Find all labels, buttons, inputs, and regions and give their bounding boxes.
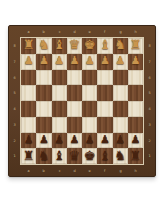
file-labels-top: abcdefgh <box>21 28 143 35</box>
rank-label-6: 6 <box>147 73 152 82</box>
square-a4[interactable] <box>21 101 36 117</box>
square-h6[interactable] <box>128 70 143 86</box>
piece-light-knight: ♞ <box>38 38 50 51</box>
piece-dark-rook: ♜ <box>130 149 142 162</box>
rank-label-8: 8 <box>147 41 152 50</box>
board-grid: ♜♞♝♛♚♝♞♜♟♟♟♟♟♟♟♟♟♟♟♟♟♟♟♟♜♞♝♛♚♝♞♜ <box>21 38 143 164</box>
piece-dark-knight: ♞ <box>38 149 50 162</box>
square-h4[interactable] <box>128 101 143 117</box>
piece-light-pawn: ♟ <box>54 55 64 66</box>
square-e4[interactable] <box>82 101 97 117</box>
piece-dark-knight: ♞ <box>114 149 126 162</box>
square-d7[interactable]: ♟ <box>67 54 82 70</box>
square-h7[interactable]: ♟ <box>128 54 143 70</box>
square-d4[interactable] <box>67 101 82 117</box>
piece-light-pawn: ♟ <box>85 55 95 66</box>
piece-dark-pawn: ♟ <box>54 134 64 145</box>
square-d6[interactable] <box>67 70 82 86</box>
square-a8[interactable]: ♜ <box>21 38 36 54</box>
file-label-c: c <box>55 29 64 33</box>
square-d2[interactable]: ♟ <box>67 133 82 149</box>
piece-light-bishop: ♝ <box>99 38 111 51</box>
square-b5[interactable] <box>36 85 51 101</box>
file-label-h: h <box>131 168 140 172</box>
rank-label-8: 8 <box>12 41 17 50</box>
rank-label-5: 5 <box>147 89 152 98</box>
rank-label-7: 7 <box>12 57 17 66</box>
piece-light-pawn: ♟ <box>100 55 110 66</box>
square-g3[interactable] <box>113 117 128 133</box>
rank-label-3: 3 <box>12 120 17 129</box>
square-c4[interactable] <box>52 101 67 117</box>
square-a7[interactable]: ♟ <box>21 54 36 70</box>
piece-dark-pawn: ♟ <box>115 134 125 145</box>
piece-light-rook: ♜ <box>23 38 35 51</box>
file-label-b: b <box>39 168 48 172</box>
file-label-d: d <box>70 168 79 172</box>
square-c5[interactable] <box>52 85 67 101</box>
file-labels-bottom: abcdefgh <box>21 167 143 174</box>
square-d1[interactable]: ♛ <box>67 148 82 164</box>
square-b2[interactable]: ♟ <box>36 133 51 149</box>
piece-dark-pawn: ♟ <box>130 134 140 145</box>
square-d5[interactable] <box>67 85 82 101</box>
square-c1[interactable]: ♝ <box>52 148 67 164</box>
square-g2[interactable]: ♟ <box>113 133 128 149</box>
rank-label-4: 4 <box>12 104 17 113</box>
piece-dark-queen: ♛ <box>69 149 81 162</box>
square-h2[interactable]: ♟ <box>128 133 143 149</box>
file-label-f: f <box>100 168 109 172</box>
square-a6[interactable] <box>21 70 36 86</box>
square-e1[interactable]: ♚ <box>82 148 97 164</box>
piece-dark-rook: ♜ <box>23 149 35 162</box>
file-label-f: f <box>100 29 109 33</box>
rank-label-2: 2 <box>12 136 17 145</box>
square-b1[interactable]: ♞ <box>36 148 51 164</box>
square-f4[interactable] <box>97 101 112 117</box>
square-a3[interactable] <box>21 117 36 133</box>
square-h1[interactable]: ♜ <box>128 148 143 164</box>
piece-light-pawn: ♟ <box>115 55 125 66</box>
square-e7[interactable]: ♟ <box>82 54 97 70</box>
piece-light-queen: ♛ <box>69 38 81 51</box>
square-d8[interactable]: ♛ <box>67 38 82 54</box>
piece-light-rook: ♜ <box>130 38 142 51</box>
file-label-g: g <box>116 168 125 172</box>
square-c6[interactable] <box>52 70 67 86</box>
rank-label-6: 6 <box>12 73 17 82</box>
file-label-e: e <box>85 168 94 172</box>
piece-dark-bishop: ♝ <box>53 149 65 162</box>
chess-board: abcdefgh abcdefgh 87654321 87654321 ♜♞♝♛… <box>8 25 156 177</box>
rank-label-1: 1 <box>12 152 17 161</box>
piece-light-pawn: ♟ <box>39 55 49 66</box>
square-e6[interactable] <box>82 70 97 86</box>
file-label-d: d <box>70 29 79 33</box>
piece-dark-pawn: ♟ <box>100 134 110 145</box>
square-h5[interactable] <box>128 85 143 101</box>
file-label-a: a <box>24 168 33 172</box>
square-e5[interactable] <box>82 85 97 101</box>
piece-dark-king: ♚ <box>84 149 96 162</box>
piece-light-king: ♚ <box>84 38 96 51</box>
rank-label-3: 3 <box>147 120 152 129</box>
square-f2[interactable]: ♟ <box>97 133 112 149</box>
square-g8[interactable]: ♞ <box>113 38 128 54</box>
square-e3[interactable] <box>82 117 97 133</box>
square-a5[interactable] <box>21 85 36 101</box>
square-a2[interactable]: ♟ <box>21 133 36 149</box>
square-c7[interactable]: ♟ <box>52 54 67 70</box>
piece-dark-pawn: ♟ <box>39 134 49 145</box>
file-label-b: b <box>39 29 48 33</box>
square-h8[interactable]: ♜ <box>128 38 143 54</box>
square-f7[interactable]: ♟ <box>97 54 112 70</box>
rank-labels-left: 87654321 <box>10 38 19 164</box>
square-f1[interactable]: ♝ <box>97 148 112 164</box>
square-b4[interactable] <box>36 101 51 117</box>
square-g6[interactable] <box>113 70 128 86</box>
square-d3[interactable] <box>67 117 82 133</box>
square-g4[interactable] <box>113 101 128 117</box>
playing-surface: ♜♞♝♛♚♝♞♜♟♟♟♟♟♟♟♟♟♟♟♟♟♟♟♟♜♞♝♛♚♝♞♜ <box>20 37 144 165</box>
square-h3[interactable] <box>128 117 143 133</box>
piece-light-knight: ♞ <box>114 38 126 51</box>
square-f6[interactable] <box>97 70 112 86</box>
square-f5[interactable] <box>97 85 112 101</box>
file-label-g: g <box>116 29 125 33</box>
file-label-c: c <box>55 168 64 172</box>
square-b8[interactable]: ♞ <box>36 38 51 54</box>
rank-labels-right: 87654321 <box>145 38 154 164</box>
piece-dark-pawn: ♟ <box>69 134 79 145</box>
square-g1[interactable]: ♞ <box>113 148 128 164</box>
square-b7[interactable]: ♟ <box>36 54 51 70</box>
piece-dark-pawn: ♟ <box>85 134 95 145</box>
piece-light-pawn: ♟ <box>130 55 140 66</box>
square-f8[interactable]: ♝ <box>97 38 112 54</box>
product-photo: abcdefgh abcdefgh 87654321 87654321 ♜♞♝♛… <box>0 0 164 200</box>
square-b3[interactable] <box>36 117 51 133</box>
rank-label-5: 5 <box>12 89 17 98</box>
rank-label-1: 1 <box>147 152 152 161</box>
square-g7[interactable]: ♟ <box>113 54 128 70</box>
square-c8[interactable]: ♝ <box>52 38 67 54</box>
square-f3[interactable] <box>97 117 112 133</box>
rank-label-7: 7 <box>147 57 152 66</box>
piece-dark-bishop: ♝ <box>99 149 111 162</box>
piece-dark-pawn: ♟ <box>24 134 34 145</box>
square-e8[interactable]: ♚ <box>82 38 97 54</box>
square-c2[interactable]: ♟ <box>52 133 67 149</box>
file-label-h: h <box>131 29 140 33</box>
square-e2[interactable]: ♟ <box>82 133 97 149</box>
piece-light-bishop: ♝ <box>53 38 65 51</box>
rank-label-2: 2 <box>147 136 152 145</box>
rank-label-4: 4 <box>147 104 152 113</box>
square-a1[interactable]: ♜ <box>21 148 36 164</box>
square-c3[interactable] <box>52 117 67 133</box>
file-label-e: e <box>85 29 94 33</box>
square-g5[interactable] <box>113 85 128 101</box>
piece-light-pawn: ♟ <box>24 55 34 66</box>
square-b6[interactable] <box>36 70 51 86</box>
file-label-a: a <box>24 29 33 33</box>
piece-light-pawn: ♟ <box>69 55 79 66</box>
